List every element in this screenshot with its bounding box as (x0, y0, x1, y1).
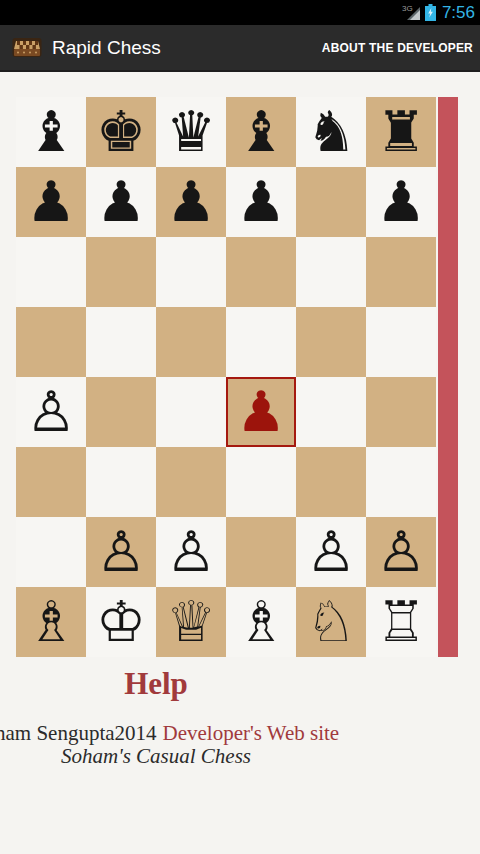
battery-icon (425, 4, 436, 21)
svg-text:3G: 3G (402, 4, 413, 13)
board-square[interactable] (366, 237, 436, 307)
menu-about-developer[interactable]: ABOUT THE DEVELOPER (322, 41, 480, 55)
board-square[interactable] (156, 237, 226, 307)
app-title: Rapid Chess (52, 37, 161, 59)
chess-piece-bP: ♟ (236, 377, 286, 447)
board-square[interactable] (296, 307, 366, 377)
board-square[interactable]: ♝ (16, 97, 86, 167)
board-square[interactable]: ♜ (366, 97, 436, 167)
board-square[interactable] (366, 447, 436, 517)
board-square[interactable] (366, 377, 436, 447)
chess-piece-bP: ♟ (26, 167, 76, 237)
board-square[interactable] (156, 377, 226, 447)
chess-piece-bQ: ♛ (166, 97, 216, 167)
board-square[interactable] (156, 307, 226, 377)
board-square[interactable] (366, 307, 436, 377)
developer-website-link[interactable]: Developer's Web site (162, 721, 339, 746)
board-square[interactable]: ♔ (86, 587, 156, 657)
chess-piece-wB: ♗ (26, 587, 76, 657)
board-square[interactable]: ♟ (366, 167, 436, 237)
chess-piece-bP: ♟ (376, 167, 426, 237)
board-square[interactable]: ♟ (86, 167, 156, 237)
chess-piece-bN: ♞ (306, 97, 356, 167)
board-square[interactable] (16, 517, 86, 587)
board-square[interactable] (226, 307, 296, 377)
chess-piece-wR: ♖ (376, 587, 426, 657)
board-square[interactable]: ♗ (226, 587, 296, 657)
board-square[interactable]: ♞ (296, 97, 366, 167)
board-square[interactable]: ♝ (226, 97, 296, 167)
board-square[interactable] (226, 447, 296, 517)
chess-piece-wP: ♙ (376, 517, 426, 587)
app-icon (12, 37, 42, 58)
chess-piece-bB: ♝ (26, 97, 76, 167)
board-square[interactable]: ♖ (366, 587, 436, 657)
app-subtitle: Soham's Casual Chess (0, 744, 312, 769)
board-scrollbar[interactable] (438, 97, 458, 657)
chess-piece-bB: ♝ (236, 97, 286, 167)
chess-piece-wP: ♙ (96, 517, 146, 587)
board-square[interactable]: ♙ (366, 517, 436, 587)
help-heading[interactable]: Help (0, 666, 312, 702)
credit-text: Soham Sengupta2014 (0, 721, 157, 746)
board-square[interactable] (296, 377, 366, 447)
board-square[interactable] (16, 237, 86, 307)
board-square[interactable] (86, 447, 156, 517)
chess-piece-wK: ♔ (96, 587, 146, 657)
board-square[interactable]: ♛ (156, 97, 226, 167)
board-square[interactable]: ♗ (16, 587, 86, 657)
board-square[interactable]: ♚ (86, 97, 156, 167)
board-square[interactable]: ♙ (86, 517, 156, 587)
board-square[interactable]: ♟ (16, 167, 86, 237)
chess-piece-wB: ♗ (236, 587, 286, 657)
board-square[interactable]: ♙ (156, 517, 226, 587)
chess-piece-wP: ♙ (26, 377, 76, 447)
board-square[interactable]: ♕ (156, 587, 226, 657)
help-heading-label: Help (124, 666, 188, 702)
chess-piece-bR: ♜ (376, 97, 426, 167)
board-square[interactable] (156, 447, 226, 517)
board-square[interactable] (296, 447, 366, 517)
board-square[interactable]: ♟ (226, 377, 296, 447)
clock-text: 7:56 (442, 0, 475, 25)
board-square[interactable]: ♙ (16, 377, 86, 447)
board-square[interactable] (226, 517, 296, 587)
network-signal-icon: 3G (402, 4, 421, 21)
app-screen: 3G 7:56 Rapid Chess (0, 0, 480, 854)
board-square[interactable] (296, 167, 366, 237)
chess-board: ♝♚♛♝♞♜♟♟♟♟♟♙♟♙♙♙♙♗♔♕♗♘♖ (16, 97, 436, 657)
board-square[interactable]: ♟ (226, 167, 296, 237)
chess-piece-wN: ♘ (306, 587, 356, 657)
board-square[interactable] (296, 237, 366, 307)
app-subtitle-label: Soham's Casual Chess (61, 744, 251, 769)
chess-piece-bP: ♟ (96, 167, 146, 237)
board-square[interactable]: ♙ (296, 517, 366, 587)
credit-line: Soham Sengupta2014 Developer's Web site (0, 721, 312, 746)
chess-piece-wP: ♙ (306, 517, 356, 587)
chess-piece-bK: ♚ (96, 97, 146, 167)
board-square[interactable] (16, 307, 86, 377)
chess-piece-wP: ♙ (166, 517, 216, 587)
chess-piece-wQ: ♕ (166, 587, 216, 657)
status-bar: 3G 7:56 (0, 0, 480, 25)
action-bar: Rapid Chess ABOUT THE DEVELOPER (0, 25, 480, 72)
board-square[interactable] (226, 237, 296, 307)
board-square[interactable]: ♘ (296, 587, 366, 657)
board-square[interactable]: ♟ (156, 167, 226, 237)
board-square[interactable] (16, 447, 86, 517)
board-square[interactable] (86, 377, 156, 447)
chess-piece-bP: ♟ (236, 167, 286, 237)
board-square[interactable] (86, 307, 156, 377)
chess-piece-bP: ♟ (166, 167, 216, 237)
board-square[interactable] (86, 237, 156, 307)
